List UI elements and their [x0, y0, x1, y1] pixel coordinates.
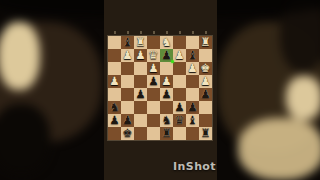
square-e1[interactable]: ♜ — [160, 127, 173, 140]
black-pawn-e4: ♟ — [160, 88, 173, 101]
square-d5[interactable]: ♟ — [147, 75, 160, 88]
square-c1[interactable] — [134, 127, 147, 140]
black-queen-f2: ♛ — [173, 114, 186, 127]
square-f2[interactable]: ♛ — [173, 114, 186, 127]
square-a1[interactable] — [108, 127, 121, 140]
square-a8[interactable] — [108, 36, 121, 49]
square-a2[interactable]: ♟ — [108, 114, 121, 127]
black-bishop-g2: ♝ — [186, 114, 199, 127]
square-d3[interactable] — [147, 101, 160, 114]
square-g2[interactable]: ♝ — [186, 114, 199, 127]
chess-app-screenshot: ♝♜♞♜♟♟♛♟♟♝♟♟♚♟♟♟♟♟♟♟♞♟♟♟♟♞♛♝♚♜♜ InShot — [104, 0, 217, 180]
black-pawn-a2: ♟ — [108, 114, 121, 127]
square-b7[interactable]: ♟ — [121, 49, 134, 62]
square-h8[interactable]: ♜ — [199, 36, 212, 49]
square-d2[interactable] — [147, 114, 160, 127]
white-pawn-g6: ♟ — [186, 62, 199, 75]
black-rook-e1: ♜ — [160, 127, 173, 140]
square-b4[interactable] — [121, 88, 134, 101]
black-pawn-d5: ♟ — [147, 75, 160, 88]
square-b5[interactable] — [121, 75, 134, 88]
coordinate-ticks — [108, 31, 212, 34]
square-c6[interactable] — [134, 62, 147, 75]
square-h3[interactable] — [199, 101, 212, 114]
black-king-b1: ♚ — [121, 127, 134, 140]
square-c2[interactable] — [134, 114, 147, 127]
white-pawn-f7: ♟ — [173, 49, 186, 62]
square-f5[interactable] — [173, 75, 186, 88]
square-a5[interactable]: ♟ — [108, 75, 121, 88]
square-c7[interactable]: ♟ — [134, 49, 147, 62]
blurred-black-knight-bottom-left — [0, 104, 50, 174]
square-h1[interactable]: ♜ — [199, 127, 212, 140]
white-pawn-c7: ♟ — [134, 49, 147, 62]
square-g6[interactable]: ♟ — [186, 62, 199, 75]
black-rook-h1: ♜ — [199, 127, 212, 140]
square-g5[interactable] — [186, 75, 199, 88]
square-g1[interactable] — [186, 127, 199, 140]
square-d1[interactable] — [147, 127, 160, 140]
chess-board[interactable]: ♝♜♞♜♟♟♛♟♟♝♟♟♚♟♟♟♟♟♟♟♞♟♟♟♟♞♛♝♚♜♜ — [108, 36, 212, 140]
square-f1[interactable] — [173, 127, 186, 140]
white-rook-h8: ♜ — [199, 36, 212, 49]
square-b1[interactable]: ♚ — [121, 127, 134, 140]
square-c4[interactable]: ♟ — [134, 88, 147, 101]
blurred-white-piece-top-left — [0, 22, 40, 90]
square-e7[interactable]: ♟ — [160, 49, 173, 62]
white-pawn-b7: ♟ — [121, 49, 134, 62]
white-pawn-a5: ♟ — [108, 75, 121, 88]
square-h4[interactable]: ♟ — [199, 88, 212, 101]
video-frame: ♝♜♞♜♟♟♛♟♟♝♟♟♚♟♟♟♟♟♟♟♞♟♟♟♟♞♛♝♚♜♜ InShot — [0, 0, 320, 180]
square-c3[interactable] — [134, 101, 147, 114]
black-pawn-h4: ♟ — [199, 88, 212, 101]
black-pawn-c4: ♟ — [134, 88, 147, 101]
blurred-white-piece-bottom-right — [238, 118, 320, 180]
square-d4[interactable] — [147, 88, 160, 101]
blurred-white-pawn-right — [286, 76, 320, 120]
move-hint-dot — [171, 60, 174, 63]
square-a7[interactable] — [108, 49, 121, 62]
square-f7[interactable]: ♟ — [173, 49, 186, 62]
square-f6[interactable] — [173, 62, 186, 75]
inshot-watermark: InShot — [173, 160, 216, 173]
square-b6[interactable] — [121, 62, 134, 75]
square-e4[interactable]: ♟ — [160, 88, 173, 101]
